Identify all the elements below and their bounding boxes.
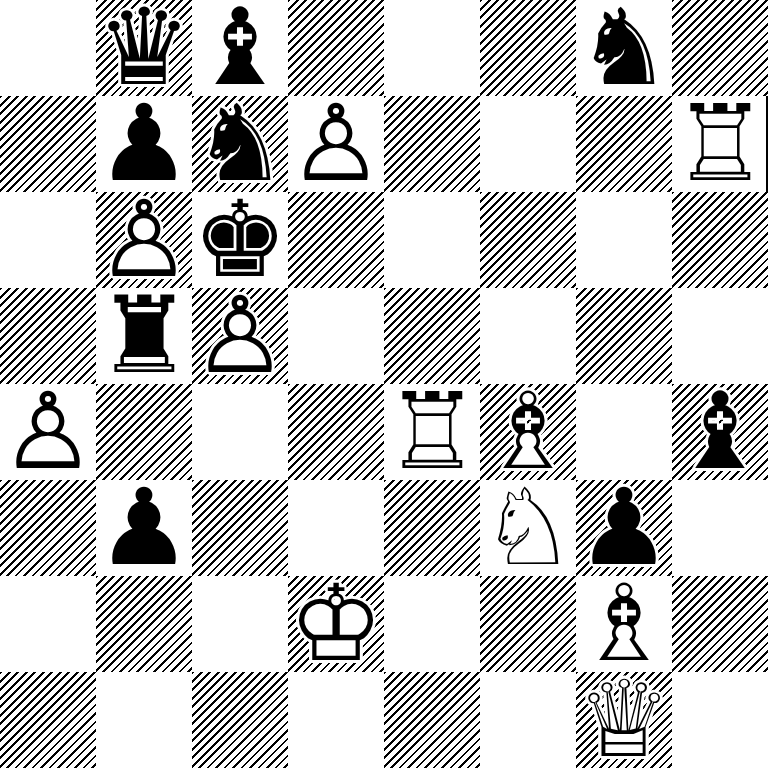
square-d4[interactable]: [288, 384, 384, 480]
black-knight-icon[interactable]: ♞♞: [576, 0, 672, 96]
white-pawn-halo: ♟: [0, 384, 96, 480]
square-e7[interactable]: [384, 96, 480, 192]
square-f4[interactable]: ♝♗: [480, 384, 576, 480]
square-c7[interactable]: ♞♞: [192, 96, 288, 192]
square-e4[interactable]: ♜♖: [384, 384, 480, 480]
square-f8[interactable]: [480, 0, 576, 96]
square-h8[interactable]: [672, 0, 768, 96]
black-bishop-halo: ♝: [192, 0, 288, 96]
square-a1[interactable]: [0, 672, 96, 768]
square-h1[interactable]: [672, 672, 768, 768]
white-knight-glyph: ♘: [480, 480, 576, 576]
black-rook-glyph: ♜: [96, 288, 192, 384]
square-e3[interactable]: [384, 480, 480, 576]
black-rook-halo: ♜: [96, 288, 192, 384]
white-rook-icon[interactable]: ♜♖: [672, 96, 768, 192]
square-g1[interactable]: ♛♕: [576, 672, 672, 768]
square-h6[interactable]: [672, 192, 768, 288]
square-b6[interactable]: ♟♙: [96, 192, 192, 288]
white-bishop-icon[interactable]: ♝♗: [480, 384, 576, 480]
white-queen-halo: ♛: [576, 672, 672, 768]
white-queen-icon[interactable]: ♛♕: [576, 672, 672, 768]
square-g8[interactable]: ♞♞: [576, 0, 672, 96]
square-f3[interactable]: ♞♘: [480, 480, 576, 576]
white-king-halo: ♚: [288, 576, 384, 672]
black-king-halo: ♚: [192, 192, 288, 288]
square-c6[interactable]: ♚♚: [192, 192, 288, 288]
square-g6[interactable]: [576, 192, 672, 288]
black-pawn-halo: ♟: [96, 480, 192, 576]
black-knight-glyph: ♞: [576, 0, 672, 96]
square-b5[interactable]: ♜♜: [96, 288, 192, 384]
square-c5[interactable]: ♟♙: [192, 288, 288, 384]
white-pawn-glyph: ♙: [0, 384, 96, 480]
white-bishop-halo: ♝: [480, 384, 576, 480]
black-bishop-halo: ♝: [672, 384, 768, 480]
square-d5[interactable]: [288, 288, 384, 384]
white-rook-halo: ♜: [672, 96, 768, 192]
square-b1[interactable]: [96, 672, 192, 768]
square-a4[interactable]: ♟♙: [0, 384, 96, 480]
black-knight-halo: ♞: [192, 96, 288, 192]
square-h7[interactable]: ♜♖: [672, 96, 768, 192]
square-g7[interactable]: [576, 96, 672, 192]
square-f5[interactable]: [480, 288, 576, 384]
white-pawn-icon[interactable]: ♟♙: [96, 192, 192, 288]
white-pawn-glyph: ♙: [288, 96, 384, 192]
black-pawn-halo: ♟: [96, 96, 192, 192]
square-f1[interactable]: [480, 672, 576, 768]
square-f6[interactable]: [480, 192, 576, 288]
square-h3[interactable]: [672, 480, 768, 576]
square-e8[interactable]: [384, 0, 480, 96]
white-pawn-icon[interactable]: ♟♙: [0, 384, 96, 480]
white-king-icon[interactable]: ♚♔: [288, 576, 384, 672]
white-pawn-icon[interactable]: ♟♙: [288, 96, 384, 192]
black-queen-glyph: ♛: [96, 0, 192, 96]
white-rook-halo: ♜: [384, 384, 480, 480]
square-e2[interactable]: [384, 576, 480, 672]
black-pawn-glyph: ♟: [96, 480, 192, 576]
white-rook-icon[interactable]: ♜♖: [384, 384, 480, 480]
square-e6[interactable]: [384, 192, 480, 288]
white-rook-glyph: ♖: [384, 384, 480, 480]
white-bishop-halo: ♝: [576, 576, 672, 672]
square-d6[interactable]: [288, 192, 384, 288]
black-knight-icon[interactable]: ♞♞: [192, 96, 288, 192]
square-b4[interactable]: [96, 384, 192, 480]
square-a3[interactable]: [0, 480, 96, 576]
black-pawn-icon[interactable]: ♟♟: [576, 480, 672, 576]
square-g3[interactable]: ♟♟: [576, 480, 672, 576]
square-a7[interactable]: [0, 96, 96, 192]
square-h2[interactable]: [672, 576, 768, 672]
black-pawn-icon[interactable]: ♟♟: [96, 96, 192, 192]
black-pawn-icon[interactable]: ♟♟: [96, 480, 192, 576]
chess-board: ♛♛♝♝♞♞♟♟♞♞♟♙♜♖♟♙♚♚♜♜♟♙♟♙♜♖♝♗♝♝♟♟♞♘♟♟♚♔♝♗…: [0, 0, 768, 768]
square-a2[interactable]: [0, 576, 96, 672]
white-queen-glyph: ♕: [576, 672, 672, 768]
square-d3[interactable]: [288, 480, 384, 576]
white-knight-icon[interactable]: ♞♘: [480, 480, 576, 576]
white-pawn-halo: ♟: [192, 288, 288, 384]
square-b7[interactable]: ♟♟: [96, 96, 192, 192]
square-h5[interactable]: [672, 288, 768, 384]
square-c4[interactable]: [192, 384, 288, 480]
square-b8[interactable]: ♛♛: [96, 0, 192, 96]
white-rook-glyph: ♖: [672, 96, 768, 192]
square-g5[interactable]: [576, 288, 672, 384]
square-d8[interactable]: [288, 0, 384, 96]
square-h4[interactable]: ♝♝: [672, 384, 768, 480]
white-pawn-halo: ♟: [288, 96, 384, 192]
black-queen-halo: ♛: [96, 0, 192, 96]
white-king-glyph: ♔: [288, 576, 384, 672]
square-a5[interactable]: [0, 288, 96, 384]
white-pawn-halo: ♟: [96, 192, 192, 288]
black-bishop-icon[interactable]: ♝♝: [672, 384, 768, 480]
square-c1[interactable]: [192, 672, 288, 768]
square-c2[interactable]: [192, 576, 288, 672]
black-queen-icon[interactable]: ♛♛: [96, 0, 192, 96]
black-bishop-glyph: ♝: [192, 0, 288, 96]
square-c3[interactable]: [192, 480, 288, 576]
square-d7[interactable]: ♟♙: [288, 96, 384, 192]
square-g2[interactable]: ♝♗: [576, 576, 672, 672]
square-d1[interactable]: [288, 672, 384, 768]
white-bishop-glyph: ♗: [480, 384, 576, 480]
white-bishop-glyph: ♗: [576, 576, 672, 672]
square-a8[interactable]: [0, 0, 96, 96]
black-pawn-glyph: ♟: [96, 96, 192, 192]
white-pawn-icon[interactable]: ♟♙: [192, 288, 288, 384]
white-bishop-icon[interactable]: ♝♗: [576, 576, 672, 672]
black-bishop-icon[interactable]: ♝♝: [192, 0, 288, 96]
square-b3[interactable]: ♟♟: [96, 480, 192, 576]
black-bishop-glyph: ♝: [672, 384, 768, 480]
black-pawn-halo: ♟: [576, 480, 672, 576]
square-f7[interactable]: [480, 96, 576, 192]
square-c8[interactable]: ♝♝: [192, 0, 288, 96]
square-d2[interactable]: ♚♔: [288, 576, 384, 672]
black-knight-halo: ♞: [576, 0, 672, 96]
white-pawn-glyph: ♙: [96, 192, 192, 288]
white-knight-halo: ♞: [480, 480, 576, 576]
square-e1[interactable]: [384, 672, 480, 768]
square-e5[interactable]: [384, 288, 480, 384]
white-pawn-glyph: ♙: [192, 288, 288, 384]
black-knight-glyph: ♞: [192, 96, 288, 192]
square-g4[interactable]: [576, 384, 672, 480]
black-king-glyph: ♚: [192, 192, 288, 288]
square-f2[interactable]: [480, 576, 576, 672]
black-rook-icon[interactable]: ♜♜: [96, 288, 192, 384]
square-a6[interactable]: [0, 192, 96, 288]
black-pawn-glyph: ♟: [576, 480, 672, 576]
square-b2[interactable]: [96, 576, 192, 672]
black-king-icon[interactable]: ♚♚: [192, 192, 288, 288]
